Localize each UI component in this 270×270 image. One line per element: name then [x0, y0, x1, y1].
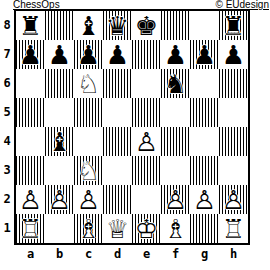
black-pawn: ♟: [103, 40, 132, 69]
square-h1[interactable]: ♜♖: [219, 214, 248, 243]
square-g2[interactable]: ♟♙: [190, 185, 219, 214]
file-label-d: d: [103, 247, 132, 261]
square-f2[interactable]: ♟♙: [161, 185, 190, 214]
square-h7[interactable]: ♟: [219, 40, 248, 69]
square-h8[interactable]: ♜: [219, 11, 248, 40]
square-f7[interactable]: ♟: [161, 40, 190, 69]
rank-label-4: 4: [0, 127, 14, 156]
black-queen: ♛: [103, 11, 132, 40]
white-knight: ♞♘: [74, 156, 103, 185]
square-a8[interactable]: ♜: [16, 11, 45, 40]
square-g4[interactable]: [190, 127, 219, 156]
black-bishop: ♝: [45, 127, 74, 156]
square-b4[interactable]: ♝: [45, 127, 74, 156]
black-bishop: ♝: [74, 11, 103, 40]
black-knight: ♞: [161, 69, 190, 98]
square-e7[interactable]: [132, 40, 161, 69]
square-g7[interactable]: ♟: [190, 40, 219, 69]
black-pawn: ♟: [190, 40, 219, 69]
square-h6[interactable]: [219, 69, 248, 98]
file-label-a: a: [16, 247, 45, 261]
rank-label-3: 3: [0, 156, 14, 185]
square-e5[interactable]: [132, 98, 161, 127]
black-pawn: ♟: [16, 40, 45, 69]
square-g3[interactable]: [190, 156, 219, 185]
white-pawn: ♟♙: [16, 185, 45, 214]
rank-label-2: 2: [0, 185, 14, 214]
white-rook: ♜♖: [219, 214, 248, 243]
white-pawn: ♟♙: [74, 185, 103, 214]
black-pawn: ♟: [161, 40, 190, 69]
square-g1[interactable]: [190, 214, 219, 243]
square-e3[interactable]: [132, 156, 161, 185]
square-f1[interactable]: ♝♗: [161, 214, 190, 243]
file-label-b: b: [45, 247, 74, 261]
square-b8[interactable]: [45, 11, 74, 40]
square-a6[interactable]: [16, 69, 45, 98]
square-c3[interactable]: ♞♘: [74, 156, 103, 185]
square-b2[interactable]: ♟♙: [45, 185, 74, 214]
square-c1[interactable]: ♝♗: [74, 214, 103, 243]
square-c2[interactable]: ♟♙: [74, 185, 103, 214]
file-label-c: c: [74, 247, 103, 261]
square-a3[interactable]: [16, 156, 45, 185]
square-c5[interactable]: [74, 98, 103, 127]
black-rook: ♜: [219, 11, 248, 40]
square-a2[interactable]: ♟♙: [16, 185, 45, 214]
rank-label-7: 7: [0, 40, 14, 69]
white-pawn: ♟♙: [45, 185, 74, 214]
rank-label-5: 5: [0, 98, 14, 127]
square-e8[interactable]: ♚: [132, 11, 161, 40]
square-c6[interactable]: ♞♘: [74, 69, 103, 98]
square-h4[interactable]: [219, 127, 248, 156]
square-b5[interactable]: [45, 98, 74, 127]
square-e2[interactable]: [132, 185, 161, 214]
file-label-f: f: [161, 247, 190, 261]
square-d7[interactable]: ♟: [103, 40, 132, 69]
white-rook: ♜♖: [16, 214, 45, 243]
square-c8[interactable]: ♝: [74, 11, 103, 40]
black-pawn: ♟: [74, 40, 103, 69]
white-king: ♚♔: [132, 214, 161, 243]
white-pawn: ♟♙: [190, 185, 219, 214]
square-a4[interactable]: [16, 127, 45, 156]
square-f4[interactable]: [161, 127, 190, 156]
square-e4[interactable]: ♟♙: [132, 127, 161, 156]
square-d5[interactable]: [103, 98, 132, 127]
black-king: ♚: [132, 11, 161, 40]
rank-label-6: 6: [0, 69, 14, 98]
square-g8[interactable]: [190, 11, 219, 40]
white-bishop: ♝♗: [161, 214, 190, 243]
square-d1[interactable]: ♛♕: [103, 214, 132, 243]
square-d6[interactable]: [103, 69, 132, 98]
file-label-h: h: [219, 247, 248, 261]
rank-label-8: 8: [0, 11, 14, 40]
square-f5[interactable]: [161, 98, 190, 127]
square-a5[interactable]: [16, 98, 45, 127]
white-pawn: ♟♙: [161, 185, 190, 214]
file-label-g: g: [190, 247, 219, 261]
square-c7[interactable]: ♟: [74, 40, 103, 69]
black-rook: ♜: [16, 11, 45, 40]
white-pawn: ♟♙: [219, 185, 248, 214]
rank-labels: 87654321: [0, 11, 14, 243]
square-d3[interactable]: [103, 156, 132, 185]
square-f6[interactable]: ♞: [161, 69, 190, 98]
square-f3[interactable]: [161, 156, 190, 185]
square-b3[interactable]: [45, 156, 74, 185]
square-b7[interactable]: ♟: [45, 40, 74, 69]
white-knight: ♞♘: [74, 69, 103, 98]
rank-label-1: 1: [0, 214, 14, 243]
white-bishop: ♝♗: [74, 214, 103, 243]
square-d4[interactable]: [103, 127, 132, 156]
square-g6[interactable]: [190, 69, 219, 98]
square-d2[interactable]: [103, 185, 132, 214]
square-h5[interactable]: [219, 98, 248, 127]
square-d8[interactable]: ♛: [103, 11, 132, 40]
square-b1[interactable]: [45, 214, 74, 243]
square-a7[interactable]: ♟: [16, 40, 45, 69]
square-e6[interactable]: [132, 69, 161, 98]
square-h2[interactable]: ♟♙: [219, 185, 248, 214]
file-labels: abcdefgh: [16, 247, 248, 261]
board: ♜♝♛♚♜♟♟♟♟♟♟♟♞♘♞♝♟♙♞♘♟♙♟♙♟♙♟♙♟♙♟♙♜♖♝♗♛♕♚♔…: [14, 9, 250, 245]
square-b6[interactable]: [45, 69, 74, 98]
square-e1[interactable]: ♚♔: [132, 214, 161, 243]
white-queen: ♛♕: [103, 214, 132, 243]
square-c4[interactable]: [74, 127, 103, 156]
file-label-e: e: [132, 247, 161, 261]
square-f8[interactable]: [161, 11, 190, 40]
square-g5[interactable]: [190, 98, 219, 127]
black-pawn: ♟: [45, 40, 74, 69]
square-a1[interactable]: ♜♖: [16, 214, 45, 243]
square-h3[interactable]: [219, 156, 248, 185]
white-pawn: ♟♙: [132, 127, 161, 156]
black-pawn: ♟: [219, 40, 248, 69]
